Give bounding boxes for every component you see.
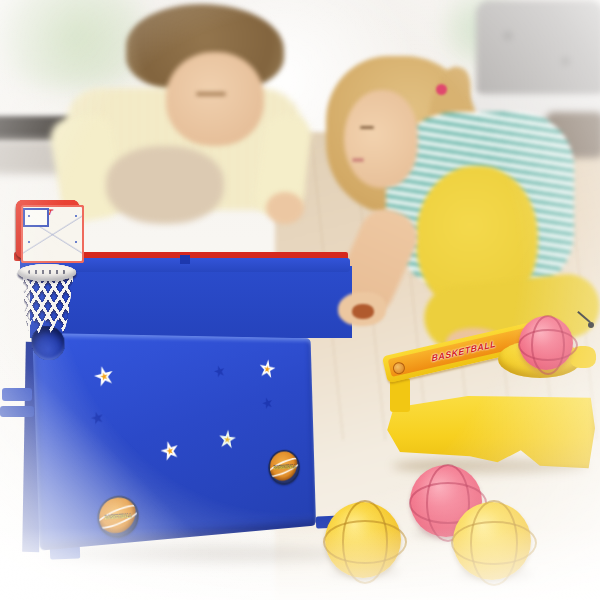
photo-stage: SPORTSPORTSPORTSPORTSPORT ★ ★ ★ ★ ★ ★ ★ … bbox=[0, 0, 600, 600]
basketball-badge-sticker: BASKETBALL bbox=[97, 494, 140, 539]
star-sticker-icon: ★ bbox=[260, 359, 275, 378]
girl-face bbox=[344, 90, 418, 188]
girl-hair-tie bbox=[436, 84, 447, 95]
board-side-flange-2 bbox=[0, 406, 34, 417]
backboard-dot bbox=[28, 215, 30, 217]
backboard-target-square bbox=[23, 208, 49, 227]
launcher-trigger-post bbox=[390, 378, 410, 412]
girl-held-piece bbox=[352, 304, 374, 319]
backboard-row: SPORTSPORTSPORTSPORTSPORT bbox=[16, 200, 348, 258]
cord-knob bbox=[588, 322, 594, 328]
backboard-dot bbox=[75, 215, 77, 217]
boy-eyebrow bbox=[196, 92, 226, 96]
backboard-dot bbox=[28, 241, 30, 243]
board-floor-shadow bbox=[46, 546, 346, 564]
hoop-rim-holes bbox=[28, 270, 66, 274]
hoop-net bbox=[22, 277, 74, 333]
backboard-5: SPORT bbox=[16, 200, 79, 258]
girl-eye bbox=[360, 126, 374, 129]
hoop-row bbox=[16, 262, 348, 338]
backboard-panel: SPORT bbox=[21, 205, 84, 263]
connect-grid-board: ★ ★ ★ ★ ★ ★ ★ BASKETBALL BASKETBALL bbox=[32, 333, 316, 551]
boy-face bbox=[166, 52, 264, 146]
sofa-cushion bbox=[476, 0, 600, 102]
launcher-label: BASKETBALL bbox=[431, 339, 496, 364]
basketball-icon bbox=[392, 361, 406, 375]
girl-lips bbox=[352, 158, 364, 162]
loose-yellow-ball-1 bbox=[325, 502, 401, 578]
star-sticker-icon: ★ bbox=[220, 430, 235, 449]
hoop-5 bbox=[16, 262, 79, 338]
loaded-pink-ball bbox=[519, 316, 573, 370]
loose-yellow-ball-3 bbox=[453, 502, 531, 580]
backboard-dot bbox=[75, 241, 77, 243]
board-side-flange bbox=[2, 388, 32, 401]
